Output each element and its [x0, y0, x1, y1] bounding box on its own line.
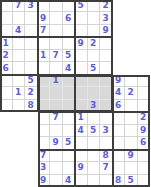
- cell-r7c11[interactable]: [125, 75, 138, 87]
- void-area: [25, 112, 38, 124]
- cell-r8c4[interactable]: [38, 87, 51, 99]
- cell-r5c3[interactable]: [25, 50, 38, 62]
- cell-r10c4[interactable]: [38, 112, 51, 124]
- cell-r8c8[interactable]: [88, 87, 101, 99]
- cell-r2c3[interactable]: [25, 12, 38, 24]
- cell-r15c11[interactable]: 5: [125, 175, 138, 187]
- sudoku-board: 7352963479192217564551912428367124539956…: [0, 0, 150, 187]
- void-area: [13, 150, 26, 162]
- cell-r3c4[interactable]: 7: [38, 25, 51, 37]
- void-area: [13, 112, 26, 124]
- void-area: [25, 175, 38, 187]
- void-area: [25, 162, 38, 174]
- void-area: [125, 62, 138, 74]
- cell-r11c12[interactable]: 9: [138, 125, 151, 137]
- cell-r4c7[interactable]: 9: [75, 37, 88, 49]
- cell-r9c1[interactable]: [0, 100, 13, 112]
- cell-r9c5[interactable]: [50, 100, 63, 112]
- cell-r5c8[interactable]: [88, 50, 101, 62]
- cell-r3c9[interactable]: 9: [100, 25, 113, 37]
- cell-r10c12[interactable]: 2: [138, 112, 151, 124]
- cell-r1c5[interactable]: [50, 0, 63, 12]
- cell-r9c6[interactable]: [63, 100, 76, 112]
- void-area: [138, 62, 151, 74]
- cell-r8c10[interactable]: 4: [113, 87, 126, 99]
- cell-r3c7[interactable]: [75, 25, 88, 37]
- cell-r4c5[interactable]: [50, 37, 63, 49]
- cell-r3c8[interactable]: [88, 25, 101, 37]
- cell-r5c2[interactable]: [13, 50, 26, 62]
- cell-r7c3[interactable]: 5: [25, 75, 38, 87]
- void-area: [0, 112, 13, 124]
- void-area: [113, 62, 126, 74]
- void-area: [138, 0, 151, 12]
- cell-r11c5[interactable]: [50, 125, 63, 137]
- cell-r9c8[interactable]: 3: [88, 100, 101, 112]
- cell-r7c2[interactable]: [13, 75, 26, 87]
- cell-r9c11[interactable]: [125, 100, 138, 112]
- void-area: [125, 25, 138, 37]
- cell-r4c8[interactable]: 2: [88, 37, 101, 49]
- void-area: [0, 175, 13, 187]
- cell-r8c9[interactable]: [100, 87, 113, 99]
- cell-r7c6[interactable]: [63, 75, 76, 87]
- cell-r9c4[interactable]: [38, 100, 51, 112]
- cell-r2c2[interactable]: [13, 12, 26, 24]
- void-area: [0, 125, 13, 137]
- cell-r14c12[interactable]: [138, 162, 151, 174]
- cell-r7c12[interactable]: [138, 75, 151, 87]
- cell-r2c5[interactable]: [50, 12, 63, 24]
- cell-r13c10[interactable]: [113, 150, 126, 162]
- cell-r2c6[interactable]: 6: [63, 12, 76, 24]
- cell-r3c6[interactable]: [63, 25, 76, 37]
- cell-r12c8[interactable]: [88, 137, 101, 149]
- void-area: [138, 25, 151, 37]
- cell-r5c6[interactable]: 5: [63, 50, 76, 62]
- cell-r6c3[interactable]: [25, 62, 38, 74]
- cell-r4c3[interactable]: [25, 37, 38, 49]
- void-area: [125, 37, 138, 49]
- cell-r10c6[interactable]: [63, 112, 76, 124]
- cell-r9c7[interactable]: [75, 100, 88, 112]
- void-area: [0, 137, 13, 149]
- cell-r8c11[interactable]: 2: [125, 87, 138, 99]
- cell-r13c5[interactable]: [50, 150, 63, 162]
- cell-r9c9[interactable]: [100, 100, 113, 112]
- cell-grid: 7352963479192217564551912428367124539956…: [0, 0, 150, 187]
- cell-r3c1[interactable]: [0, 25, 13, 37]
- cell-r4c6[interactable]: [63, 37, 76, 49]
- cell-r2c7[interactable]: [75, 12, 88, 24]
- cell-r7c10[interactable]: 9: [113, 75, 126, 87]
- cell-r1c7[interactable]: 5: [75, 0, 88, 12]
- cell-r15c8[interactable]: [88, 175, 101, 187]
- cell-r1c6[interactable]: [63, 0, 76, 12]
- cell-r11c7[interactable]: 4: [75, 125, 88, 137]
- cell-r13c11[interactable]: 9: [125, 150, 138, 162]
- cell-r15c9[interactable]: [100, 175, 113, 187]
- cell-r2c9[interactable]: 3: [100, 12, 113, 24]
- cell-r11c4[interactable]: [38, 125, 51, 137]
- cell-r13c9[interactable]: 8: [100, 150, 113, 162]
- cell-r1c3[interactable]: 3: [25, 0, 38, 12]
- cell-r12c7[interactable]: [75, 137, 88, 149]
- void-area: [0, 150, 13, 162]
- void-area: [25, 150, 38, 162]
- cell-r4c4[interactable]: [38, 37, 51, 49]
- cell-r5c9[interactable]: [100, 50, 113, 62]
- cell-r8c12[interactable]: [138, 87, 151, 99]
- cell-r15c7[interactable]: [75, 175, 88, 187]
- cell-r1c4[interactable]: [38, 0, 51, 12]
- cell-r7c8[interactable]: [88, 75, 101, 87]
- void-area: [0, 162, 13, 174]
- cell-r6c6[interactable]: 4: [63, 62, 76, 74]
- cell-r8c5[interactable]: [50, 87, 63, 99]
- void-area: [113, 50, 126, 62]
- cell-r5c4[interactable]: 1: [38, 50, 51, 62]
- cell-r12c10[interactable]: [113, 137, 126, 149]
- cell-r14c10[interactable]: [113, 162, 126, 174]
- cell-r11c8[interactable]: 5: [88, 125, 101, 137]
- cell-r1c2[interactable]: 7: [13, 0, 26, 12]
- cell-r10c11[interactable]: [125, 112, 138, 124]
- cell-r10c5[interactable]: 7: [50, 112, 63, 124]
- void-area: [13, 137, 26, 149]
- void-area: [13, 125, 26, 137]
- cell-r3c2[interactable]: 4: [13, 25, 26, 37]
- cell-r2c1[interactable]: [0, 12, 13, 24]
- cell-r12c11[interactable]: [125, 137, 138, 149]
- cell-r2c4[interactable]: 9: [38, 12, 51, 24]
- cell-r6c7[interactable]: [75, 62, 88, 74]
- cell-r15c12[interactable]: [138, 175, 151, 187]
- cell-r14c9[interactable]: 7: [100, 162, 113, 174]
- cell-r5c1[interactable]: 2: [0, 50, 13, 62]
- cell-r8c6[interactable]: [63, 87, 76, 99]
- cell-r2c8[interactable]: [88, 12, 101, 24]
- cell-r11c9[interactable]: 3: [100, 125, 113, 137]
- cell-r9c2[interactable]: [13, 100, 26, 112]
- cell-r12c12[interactable]: 6: [138, 137, 151, 149]
- cell-r9c12[interactable]: [138, 100, 151, 112]
- cell-r6c2[interactable]: [13, 62, 26, 74]
- cell-r6c5[interactable]: [50, 62, 63, 74]
- cell-r3c3[interactable]: [25, 25, 38, 37]
- cell-r1c8[interactable]: [88, 0, 101, 12]
- void-area: [13, 175, 26, 187]
- cell-r1c9[interactable]: 2: [100, 0, 113, 12]
- cell-r7c1[interactable]: [0, 75, 13, 87]
- cell-r13c8[interactable]: [88, 150, 101, 162]
- cell-r13c12[interactable]: [138, 150, 151, 162]
- void-area: [125, 12, 138, 24]
- cell-r10c8[interactable]: [88, 112, 101, 124]
- cell-r7c4[interactable]: [38, 75, 51, 87]
- void-area: [25, 137, 38, 149]
- cell-r8c7[interactable]: [75, 87, 88, 99]
- cell-r12c6[interactable]: 5: [63, 137, 76, 149]
- cell-r12c4[interactable]: [38, 137, 51, 149]
- cell-r12c9[interactable]: [100, 137, 113, 149]
- cell-r14c5[interactable]: [50, 162, 63, 174]
- cell-r15c6[interactable]: 4: [63, 175, 76, 187]
- cell-r7c7[interactable]: [75, 75, 88, 87]
- void-area: [125, 0, 138, 12]
- cell-r10c7[interactable]: 1: [75, 112, 88, 124]
- cell-r13c4[interactable]: 7: [38, 150, 51, 162]
- void-area: [113, 37, 126, 49]
- cell-r11c11[interactable]: [125, 125, 138, 137]
- void-area: [138, 12, 151, 24]
- cell-r14c8[interactable]: [88, 162, 101, 174]
- void-area: [25, 125, 38, 137]
- cell-r9c10[interactable]: 6: [113, 100, 126, 112]
- cell-r10c10[interactable]: [113, 112, 126, 124]
- cell-r5c5[interactable]: 7: [50, 50, 63, 62]
- cell-r6c9[interactable]: [100, 62, 113, 74]
- cell-r15c4[interactable]: 9: [38, 175, 51, 187]
- cell-r7c9[interactable]: [100, 75, 113, 87]
- void-area: [113, 25, 126, 37]
- cell-r15c10[interactable]: 8: [113, 175, 126, 187]
- void-area: [125, 50, 138, 62]
- cell-r12c5[interactable]: 9: [50, 137, 63, 149]
- cell-r11c6[interactable]: [63, 125, 76, 137]
- cell-r10c9[interactable]: [100, 112, 113, 124]
- void-area: [113, 0, 126, 12]
- cell-r4c1[interactable]: 1: [0, 37, 13, 49]
- cell-r13c7[interactable]: [75, 150, 88, 162]
- cell-r7c5[interactable]: 1: [50, 75, 63, 87]
- cell-r5c7[interactable]: [75, 50, 88, 62]
- cell-r15c5[interactable]: [50, 175, 63, 187]
- cell-r8c2[interactable]: 1: [13, 87, 26, 99]
- cell-r6c1[interactable]: 6: [0, 62, 13, 74]
- void-area: [13, 162, 26, 174]
- cell-r3c5[interactable]: [50, 25, 63, 37]
- cell-r8c1[interactable]: [0, 87, 13, 99]
- cell-r4c2[interactable]: [13, 37, 26, 49]
- void-area: [138, 37, 151, 49]
- cell-r11c10[interactable]: [113, 125, 126, 137]
- cell-r14c7[interactable]: 9: [75, 162, 88, 174]
- void-area: [113, 12, 126, 24]
- cell-r14c4[interactable]: 3: [38, 162, 51, 174]
- cell-r9c3[interactable]: 8: [25, 100, 38, 112]
- cell-r14c11[interactable]: [125, 162, 138, 174]
- cell-r1c1[interactable]: [0, 0, 13, 12]
- cell-r6c8[interactable]: 5: [88, 62, 101, 74]
- cell-r4c9[interactable]: [100, 37, 113, 49]
- cell-r6c4[interactable]: [38, 62, 51, 74]
- void-area: [138, 50, 151, 62]
- cell-r13c6[interactable]: [63, 150, 76, 162]
- cell-r14c6[interactable]: [63, 162, 76, 174]
- cell-r8c3[interactable]: 2: [25, 87, 38, 99]
